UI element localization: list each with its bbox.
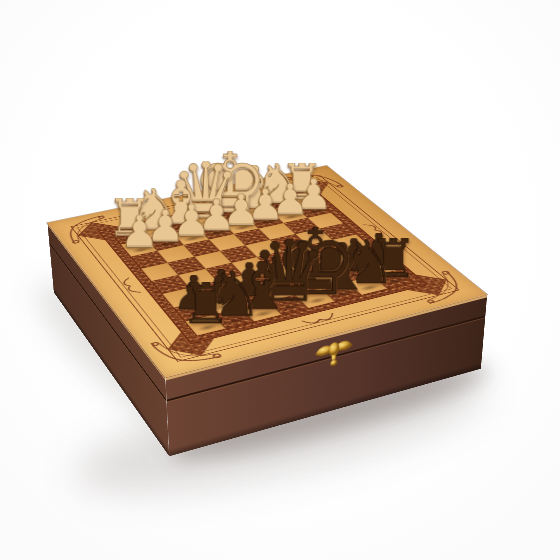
- scene-3d: ♜♞♝♛♚♝♞♜♟♟♟♟♟♟♟♟♟♟♟♟♟♟♟♟♜♞♝♛♚♝♞♜: [0, 0, 560, 560]
- piece-black-rook: ♜: [181, 282, 232, 326]
- product-photo-stage: ♜♞♝♛♚♝♞♜♟♟♟♟♟♟♟♟♟♟♟♟♟♟♟♟♜♞♝♛♚♝♞♜: [0, 0, 560, 560]
- chess-box: ♜♞♝♛♚♝♞♜♟♟♟♟♟♟♟♟♟♟♟♟♟♟♟♟♜♞♝♛♚♝♞♜: [47, 165, 487, 377]
- brass-clasp: [312, 334, 355, 373]
